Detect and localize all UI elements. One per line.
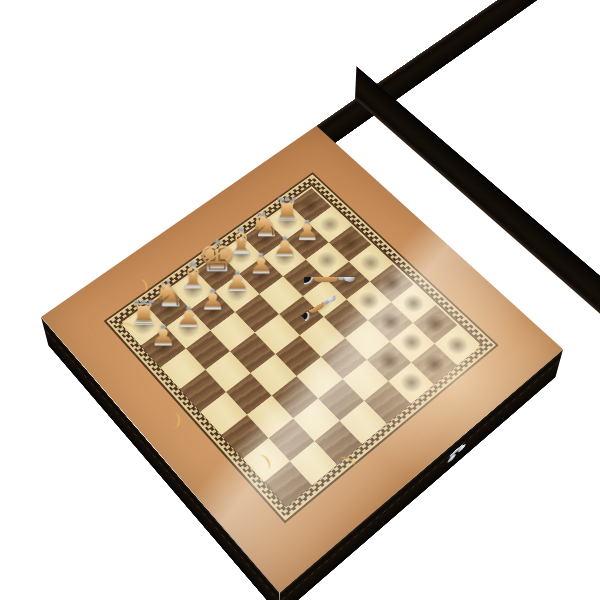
inlay-inner-line: ♜♞♝♚♝♞♜♟♟♟♟♟♟♟♜♞♝♛♚♝♞♜♟♟♟♟♟♟♟♟ [119,184,483,507]
pawn-glyph: ♟ [150,321,176,350]
pawn-glyph: ♟ [175,303,201,332]
chess-box: ♜♞♝♚♝♞♜♟♟♟♟♟♟♟♜♞♝♛♚♝♞♜♟♟♟♟♟♟♟♟ [41,126,563,593]
chess-board: ♜♞♝♚♝♞♜♟♟♟♟♟♟♟♜♞♝♛♚♝♞♜♟♟♟♟♟♟♟♟ [121,188,480,507]
pawn-glyph: ♟ [248,250,273,278]
perspective-scene: ♜♞♝♚♝♞♜♟♟♟♟♟♟♟♜♞♝♛♚♝♞♜♟♟♟♟♟♟♟♟ [0,0,600,600]
pawn-glyph: ♟ [421,338,447,367]
pawn-glyph: ♟ [224,268,249,296]
product-photo-scene: ♜♞♝♚♝♞♜♟♟♟♟♟♟♟♜♞♝♛♚♝♞♜♟♟♟♟♟♟♟♟ [0,0,600,600]
scratch-mark [168,413,180,429]
pawn-glyph: ♟ [272,233,297,261]
pawn-glyph: ♟ [200,285,226,314]
